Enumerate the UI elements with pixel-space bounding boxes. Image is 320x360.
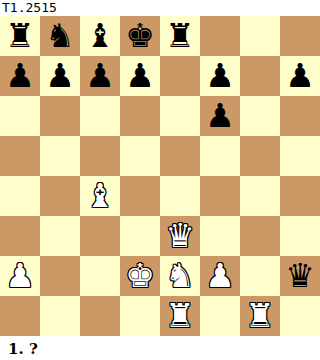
square-h4[interactable]	[280, 176, 320, 216]
square-g8[interactable]	[240, 16, 280, 56]
square-e6[interactable]	[160, 96, 200, 136]
black-pawn[interactable]: ♟	[0, 56, 40, 96]
square-a8[interactable]: ♜	[0, 16, 40, 56]
square-d5[interactable]	[120, 136, 160, 176]
black-pawn[interactable]: ♟	[120, 56, 160, 96]
square-d7[interactable]: ♟	[120, 56, 160, 96]
square-g7[interactable]	[240, 56, 280, 96]
square-c5[interactable]	[80, 136, 120, 176]
square-e8[interactable]: ♜	[160, 16, 200, 56]
square-g4[interactable]	[240, 176, 280, 216]
square-a7[interactable]: ♟	[0, 56, 40, 96]
white-rook[interactable]: ♜	[240, 296, 280, 336]
square-e5[interactable]	[160, 136, 200, 176]
white-rook[interactable]: ♜	[160, 296, 200, 336]
move-prompt: 1. ?	[0, 340, 320, 358]
square-c6[interactable]	[80, 96, 120, 136]
square-c1[interactable]	[80, 296, 120, 336]
black-rook[interactable]: ♜	[160, 16, 200, 56]
square-f6[interactable]: ♟	[200, 96, 240, 136]
black-knight[interactable]: ♞	[40, 16, 80, 56]
square-f1[interactable]	[200, 296, 240, 336]
square-b3[interactable]	[40, 216, 80, 256]
square-f2[interactable]: ♟	[200, 256, 240, 296]
square-f7[interactable]: ♟	[200, 56, 240, 96]
square-e7[interactable]	[160, 56, 200, 96]
square-e3[interactable]: ♛	[160, 216, 200, 256]
square-g2[interactable]	[240, 256, 280, 296]
square-a6[interactable]	[0, 96, 40, 136]
square-c8[interactable]: ♝	[80, 16, 120, 56]
square-e1[interactable]: ♜	[160, 296, 200, 336]
white-king[interactable]: ♚	[120, 256, 160, 296]
square-c2[interactable]	[80, 256, 120, 296]
square-a1[interactable]	[0, 296, 40, 336]
square-b2[interactable]	[40, 256, 80, 296]
square-c4[interactable]: ♝	[80, 176, 120, 216]
square-d3[interactable]	[120, 216, 160, 256]
white-bishop[interactable]: ♝	[80, 176, 120, 216]
square-b6[interactable]	[40, 96, 80, 136]
square-h2[interactable]: ♛	[280, 256, 320, 296]
square-d4[interactable]	[120, 176, 160, 216]
square-h7[interactable]: ♟	[280, 56, 320, 96]
square-b4[interactable]	[40, 176, 80, 216]
black-king[interactable]: ♚	[120, 16, 160, 56]
square-b5[interactable]	[40, 136, 80, 176]
black-pawn[interactable]: ♟	[80, 56, 120, 96]
square-b1[interactable]	[40, 296, 80, 336]
square-f4[interactable]	[200, 176, 240, 216]
square-b8[interactable]: ♞	[40, 16, 80, 56]
square-d1[interactable]	[120, 296, 160, 336]
square-h3[interactable]	[280, 216, 320, 256]
square-a3[interactable]	[0, 216, 40, 256]
square-g3[interactable]	[240, 216, 280, 256]
chess-board: ♜♞♝♚♜♟♟♟♟♟♟♟♝♛♟♚♞♟♛♜♜	[0, 16, 320, 336]
square-d2[interactable]: ♚	[120, 256, 160, 296]
square-f3[interactable]	[200, 216, 240, 256]
square-a2[interactable]: ♟	[0, 256, 40, 296]
white-pawn[interactable]: ♟	[0, 256, 40, 296]
square-b7[interactable]: ♟	[40, 56, 80, 96]
black-bishop[interactable]: ♝	[80, 16, 120, 56]
square-a4[interactable]	[0, 176, 40, 216]
puzzle-id: T1.2515	[0, 0, 320, 16]
square-g1[interactable]: ♜	[240, 296, 280, 336]
white-queen[interactable]: ♛	[160, 216, 200, 256]
square-e2[interactable]: ♞	[160, 256, 200, 296]
white-pawn[interactable]: ♟	[200, 256, 240, 296]
square-d8[interactable]: ♚	[120, 16, 160, 56]
square-e4[interactable]	[160, 176, 200, 216]
square-a5[interactable]	[0, 136, 40, 176]
square-h8[interactable]	[280, 16, 320, 56]
black-rook[interactable]: ♜	[0, 16, 40, 56]
black-pawn[interactable]: ♟	[40, 56, 80, 96]
square-c7[interactable]: ♟	[80, 56, 120, 96]
square-g5[interactable]	[240, 136, 280, 176]
white-knight[interactable]: ♞	[160, 256, 200, 296]
square-h5[interactable]	[280, 136, 320, 176]
black-pawn[interactable]: ♟	[280, 56, 320, 96]
square-h6[interactable]	[280, 96, 320, 136]
black-queen[interactable]: ♛	[280, 256, 320, 296]
square-g6[interactable]	[240, 96, 280, 136]
black-pawn[interactable]: ♟	[200, 96, 240, 136]
square-d6[interactable]	[120, 96, 160, 136]
black-pawn[interactable]: ♟	[200, 56, 240, 96]
square-c3[interactable]	[80, 216, 120, 256]
square-h1[interactable]	[280, 296, 320, 336]
square-f5[interactable]	[200, 136, 240, 176]
square-f8[interactable]	[200, 16, 240, 56]
